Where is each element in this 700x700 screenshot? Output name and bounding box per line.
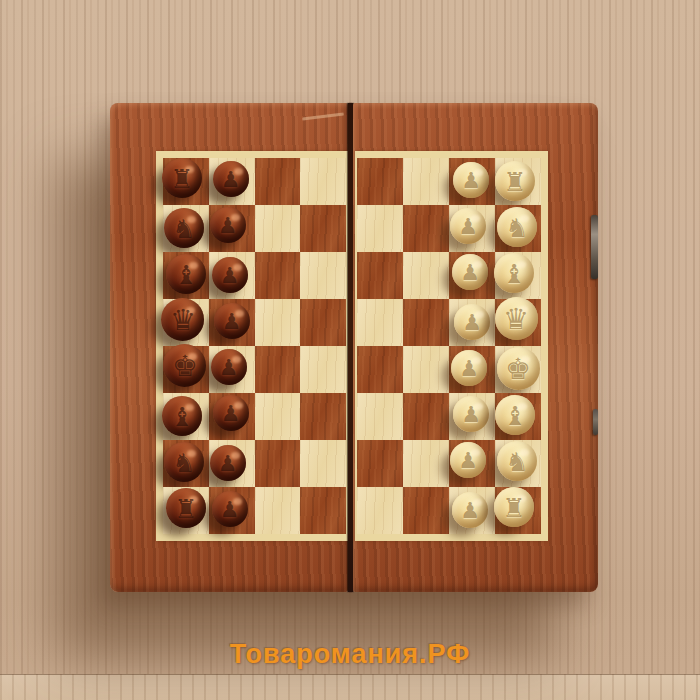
piece-white-bishop: ♝ xyxy=(495,395,535,435)
pawn-glyph-icon: ♟ xyxy=(461,170,481,192)
square: ♞ xyxy=(163,440,209,487)
pawn-glyph-icon: ♟ xyxy=(221,403,241,425)
pawn-glyph-icon: ♟ xyxy=(460,262,480,284)
square: ♜ xyxy=(163,158,209,205)
square xyxy=(255,346,301,393)
piece-black-pawn: ♟ xyxy=(213,395,249,431)
square xyxy=(300,440,346,487)
square xyxy=(403,299,449,346)
square: ♛ xyxy=(495,299,541,346)
square: ♛ xyxy=(163,299,209,346)
square xyxy=(403,487,449,534)
king-glyph-icon: ♚ xyxy=(172,352,198,381)
square xyxy=(300,252,346,299)
square xyxy=(357,205,403,252)
piece-black-rook: ♜ xyxy=(166,488,206,528)
square: ♟ xyxy=(209,252,255,299)
square xyxy=(255,393,301,440)
square xyxy=(255,440,301,487)
piece-black-knight: ♞ xyxy=(164,442,204,482)
square xyxy=(357,440,403,487)
square: ♝ xyxy=(495,393,541,440)
piece-black-pawn: ♟ xyxy=(213,161,249,197)
square xyxy=(300,393,346,440)
bishop-glyph-icon: ♝ xyxy=(170,404,193,430)
piece-white-queen: ♛ xyxy=(495,297,538,340)
piece-black-pawn: ♟ xyxy=(211,349,247,385)
square xyxy=(255,205,301,252)
piece-white-knight: ♞ xyxy=(497,441,537,481)
pawn-glyph-icon: ♟ xyxy=(219,357,239,379)
pawn-glyph-icon: ♟ xyxy=(462,312,482,334)
square xyxy=(300,205,346,252)
square xyxy=(403,252,449,299)
piece-white-pawn: ♟ xyxy=(452,492,488,528)
square: ♝ xyxy=(495,252,541,299)
king-glyph-icon: ♚ xyxy=(505,355,531,384)
square: ♜ xyxy=(163,487,209,534)
square: ♟ xyxy=(449,440,495,487)
right-board-grid: ♟♜♟♞♟♝♟♛♟♚♟♝♟♞♟♜ xyxy=(357,158,541,534)
knight-glyph-icon: ♞ xyxy=(505,449,528,475)
square: ♟ xyxy=(449,252,495,299)
square xyxy=(403,440,449,487)
square xyxy=(300,346,346,393)
pawn-glyph-icon: ♟ xyxy=(461,404,481,426)
rook-glyph-icon: ♜ xyxy=(174,496,197,522)
pawn-glyph-icon: ♟ xyxy=(221,169,241,191)
piece-white-pawn: ♟ xyxy=(453,396,489,432)
square: ♟ xyxy=(449,346,495,393)
knight-glyph-icon: ♞ xyxy=(172,450,195,476)
metal-hinge-icon xyxy=(593,409,598,435)
square: ♟ xyxy=(449,205,495,252)
square xyxy=(300,158,346,205)
board-left-half: ♜♟♞♟♝♟♛♟♚♟♝♟♞♟♜♟ xyxy=(110,103,348,592)
rook-glyph-icon: ♜ xyxy=(503,169,526,195)
table-plank-seam xyxy=(0,674,700,700)
square xyxy=(357,393,403,440)
piece-white-pawn: ♟ xyxy=(454,304,490,340)
square: ♟ xyxy=(209,205,255,252)
square xyxy=(357,158,403,205)
piece-black-pawn: ♟ xyxy=(210,207,246,243)
square xyxy=(255,158,301,205)
photo-scene: ♜♟♞♟♝♟♛♟♚♟♝♟♞♟♜♟ ♟♜♟♞♟♝♟♛♟♚♟♝♟♞♟♜ Товаро… xyxy=(0,0,700,700)
piece-black-knight: ♞ xyxy=(164,208,204,248)
pawn-glyph-icon: ♟ xyxy=(222,311,242,333)
pawn-glyph-icon: ♟ xyxy=(459,358,479,380)
square xyxy=(403,158,449,205)
piece-white-pawn: ♟ xyxy=(451,350,487,386)
pawn-glyph-icon: ♟ xyxy=(460,500,480,522)
pawn-glyph-icon: ♟ xyxy=(218,453,238,475)
bishop-glyph-icon: ♝ xyxy=(502,261,525,287)
left-playing-area: ♜♟♞♟♝♟♛♟♚♟♝♟♞♟♜♟ xyxy=(156,151,348,541)
piece-white-king: ♚ xyxy=(497,347,540,390)
square xyxy=(403,346,449,393)
square xyxy=(357,252,403,299)
square: ♚ xyxy=(163,346,209,393)
bishop-glyph-icon: ♝ xyxy=(503,403,526,429)
piece-white-pawn: ♟ xyxy=(452,254,488,290)
square: ♞ xyxy=(495,205,541,252)
piece-black-bishop: ♝ xyxy=(166,254,206,294)
square xyxy=(403,205,449,252)
pawn-glyph-icon: ♟ xyxy=(458,216,478,238)
piece-black-pawn: ♟ xyxy=(212,491,248,527)
square xyxy=(357,487,403,534)
rook-glyph-icon: ♜ xyxy=(502,495,525,521)
left-board-grid: ♜♟♞♟♝♟♛♟♚♟♝♟♞♟♜♟ xyxy=(163,158,346,534)
piece-white-knight: ♞ xyxy=(497,207,537,247)
pawn-glyph-icon: ♟ xyxy=(218,215,238,237)
square: ♟ xyxy=(449,393,495,440)
pawn-glyph-icon: ♟ xyxy=(458,450,478,472)
queen-glyph-icon: ♛ xyxy=(170,306,196,335)
queen-glyph-icon: ♛ xyxy=(503,305,529,334)
piece-white-rook: ♜ xyxy=(494,487,534,527)
piece-black-pawn: ♟ xyxy=(214,303,250,339)
piece-black-pawn: ♟ xyxy=(212,257,248,293)
bishop-glyph-icon: ♝ xyxy=(174,262,197,288)
square: ♚ xyxy=(495,346,541,393)
piece-white-pawn: ♟ xyxy=(453,162,489,198)
board-right-half: ♟♜♟♞♟♝♟♛♟♚♟♝♟♞♟♜ xyxy=(353,103,598,592)
square: ♟ xyxy=(209,158,255,205)
piece-white-pawn: ♟ xyxy=(450,442,486,478)
square: ♟ xyxy=(209,393,255,440)
square: ♜ xyxy=(495,158,541,205)
square: ♟ xyxy=(209,487,255,534)
knight-glyph-icon: ♞ xyxy=(172,216,195,242)
square: ♟ xyxy=(209,299,255,346)
square xyxy=(357,346,403,393)
pawn-glyph-icon: ♟ xyxy=(220,499,240,521)
square xyxy=(300,487,346,534)
knight-glyph-icon: ♞ xyxy=(505,215,528,241)
pawn-glyph-icon: ♟ xyxy=(220,265,240,287)
square xyxy=(300,299,346,346)
square: ♟ xyxy=(209,440,255,487)
square xyxy=(255,487,301,534)
square xyxy=(255,252,301,299)
square: ♟ xyxy=(209,346,255,393)
square xyxy=(403,393,449,440)
piece-white-rook: ♜ xyxy=(495,161,535,201)
square: ♝ xyxy=(163,252,209,299)
square: ♟ xyxy=(449,487,495,534)
watermark-text: Товаромания.РФ xyxy=(0,639,700,670)
piece-black-queen: ♛ xyxy=(161,298,204,341)
metal-clasp-icon xyxy=(591,215,598,279)
piece-black-bishop: ♝ xyxy=(162,396,202,436)
piece-black-pawn: ♟ xyxy=(210,445,246,481)
square xyxy=(357,299,403,346)
piece-black-king: ♚ xyxy=(163,344,206,387)
square: ♜ xyxy=(495,487,541,534)
rook-glyph-icon: ♜ xyxy=(170,166,193,192)
square: ♟ xyxy=(449,299,495,346)
right-playing-area: ♟♜♟♞♟♝♟♛♟♚♟♝♟♞♟♜ xyxy=(355,151,548,541)
square: ♞ xyxy=(495,440,541,487)
piece-black-rook: ♜ xyxy=(162,158,202,198)
square: ♟ xyxy=(449,158,495,205)
piece-white-pawn: ♟ xyxy=(450,208,486,244)
square: ♝ xyxy=(163,393,209,440)
piece-white-bishop: ♝ xyxy=(494,253,534,293)
scratch-mark xyxy=(302,112,344,120)
square: ♞ xyxy=(163,205,209,252)
folding-chess-box: ♜♟♞♟♝♟♛♟♚♟♝♟♞♟♜♟ ♟♜♟♞♟♝♟♛♟♚♟♝♟♞♟♜ xyxy=(110,103,598,592)
square xyxy=(255,299,301,346)
